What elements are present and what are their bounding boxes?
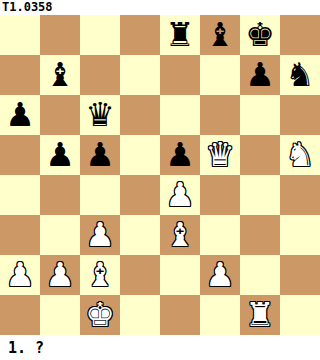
page-title: T1.0358: [2, 0, 53, 15]
square-f4[interactable]: [200, 175, 240, 215]
square-h4[interactable]: [280, 175, 320, 215]
square-h5[interactable]: ♞: [280, 135, 320, 175]
square-a4[interactable]: [0, 175, 40, 215]
square-a6[interactable]: ♟: [0, 95, 40, 135]
square-f7[interactable]: [200, 55, 240, 95]
square-e7[interactable]: [160, 55, 200, 95]
square-f5[interactable]: ♛: [200, 135, 240, 175]
square-f1[interactable]: [200, 295, 240, 335]
square-h7[interactable]: ♞: [280, 55, 320, 95]
square-e8[interactable]: ♜: [160, 15, 200, 55]
move-prompt: 1. ?: [8, 339, 44, 357]
piece-black-bishop: ♝: [205, 15, 235, 55]
square-e3[interactable]: ♝: [160, 215, 200, 255]
square-b4[interactable]: [40, 175, 80, 215]
square-h6[interactable]: [280, 95, 320, 135]
square-b8[interactable]: [40, 15, 80, 55]
square-c3[interactable]: ♟: [80, 215, 120, 255]
square-g3[interactable]: [240, 215, 280, 255]
piece-white-rook: ♜: [245, 295, 275, 335]
piece-white-pawn: ♟: [45, 255, 75, 295]
square-c2[interactable]: ♝: [80, 255, 120, 295]
square-f8[interactable]: ♝: [200, 15, 240, 55]
piece-white-pawn: ♟: [85, 215, 115, 255]
square-g1[interactable]: ♜: [240, 295, 280, 335]
square-h3[interactable]: [280, 215, 320, 255]
square-g4[interactable]: [240, 175, 280, 215]
square-g5[interactable]: [240, 135, 280, 175]
square-h1[interactable]: [280, 295, 320, 335]
puzzle-app-window: T1.0358 ♜♝♚♝♟♞♟♛♟♟♟♛♞♟♟♝♟♟♝♟♚♜ 1. ?: [0, 0, 320, 360]
square-f3[interactable]: [200, 215, 240, 255]
square-f2[interactable]: ♟: [200, 255, 240, 295]
square-a7[interactable]: [0, 55, 40, 95]
square-d5[interactable]: [120, 135, 160, 175]
piece-white-knight: ♞: [285, 135, 315, 175]
square-d2[interactable]: [120, 255, 160, 295]
chess-board: ♜♝♚♝♟♞♟♛♟♟♟♛♞♟♟♝♟♟♝♟♚♜: [0, 15, 320, 335]
square-f6[interactable]: [200, 95, 240, 135]
piece-black-queen: ♛: [85, 95, 115, 135]
square-b2[interactable]: ♟: [40, 255, 80, 295]
square-d7[interactable]: [120, 55, 160, 95]
piece-black-rook: ♜: [165, 15, 195, 55]
piece-white-pawn: ♟: [5, 255, 35, 295]
square-h2[interactable]: [280, 255, 320, 295]
square-c5[interactable]: ♟: [80, 135, 120, 175]
piece-white-pawn: ♟: [165, 175, 195, 215]
square-d6[interactable]: [120, 95, 160, 135]
square-a2[interactable]: ♟: [0, 255, 40, 295]
piece-black-pawn: ♟: [5, 95, 35, 135]
square-d1[interactable]: [120, 295, 160, 335]
piece-black-pawn: ♟: [165, 135, 195, 175]
status-bar: 1. ?: [0, 335, 320, 360]
square-d4[interactable]: [120, 175, 160, 215]
square-e6[interactable]: [160, 95, 200, 135]
piece-black-bishop: ♝: [45, 55, 75, 95]
piece-white-bishop: ♝: [165, 215, 195, 255]
piece-black-knight: ♞: [285, 55, 315, 95]
piece-white-pawn: ♟: [205, 255, 235, 295]
square-g6[interactable]: [240, 95, 280, 135]
square-a3[interactable]: [0, 215, 40, 255]
square-a1[interactable]: [0, 295, 40, 335]
square-g2[interactable]: [240, 255, 280, 295]
piece-black-king: ♚: [245, 15, 275, 55]
piece-white-queen: ♛: [205, 135, 235, 175]
square-e4[interactable]: ♟: [160, 175, 200, 215]
square-e5[interactable]: ♟: [160, 135, 200, 175]
square-a5[interactable]: [0, 135, 40, 175]
square-c1[interactable]: ♚: [80, 295, 120, 335]
square-g8[interactable]: ♚: [240, 15, 280, 55]
square-d3[interactable]: [120, 215, 160, 255]
piece-black-pawn: ♟: [245, 55, 275, 95]
piece-black-pawn: ♟: [45, 135, 75, 175]
square-c4[interactable]: [80, 175, 120, 215]
square-e2[interactable]: [160, 255, 200, 295]
piece-black-pawn: ♟: [85, 135, 115, 175]
square-g7[interactable]: ♟: [240, 55, 280, 95]
square-b7[interactable]: ♝: [40, 55, 80, 95]
title-bar: T1.0358: [0, 0, 320, 15]
square-a8[interactable]: [0, 15, 40, 55]
square-e1[interactable]: [160, 295, 200, 335]
square-b5[interactable]: ♟: [40, 135, 80, 175]
square-h8[interactable]: [280, 15, 320, 55]
piece-white-king: ♚: [85, 295, 115, 335]
square-b3[interactable]: [40, 215, 80, 255]
square-b6[interactable]: [40, 95, 80, 135]
square-b1[interactable]: [40, 295, 80, 335]
square-c7[interactable]: [80, 55, 120, 95]
square-c6[interactable]: ♛: [80, 95, 120, 135]
square-d8[interactable]: [120, 15, 160, 55]
piece-white-bishop: ♝: [85, 255, 115, 295]
square-c8[interactable]: [80, 15, 120, 55]
